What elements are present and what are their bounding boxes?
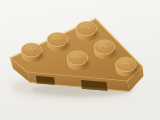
stud-logo-shadow: LEGO bbox=[121, 63, 131, 68]
stud-logo-shadow: LEGO bbox=[82, 27, 92, 32]
stud-logo-shadow: LEGO bbox=[53, 38, 63, 43]
lego-piece-figure: Photo of a single LEGO wedge plate 3 x 3… bbox=[0, 0, 160, 120]
stud-logo-shadow: LEGO bbox=[27, 48, 37, 53]
photo-canvas: Photo of a single LEGO wedge plate 3 x 3… bbox=[0, 0, 160, 120]
stud-logo-shadow: LEGO bbox=[73, 56, 83, 61]
stud-logo-shadow: LEGO bbox=[100, 45, 110, 50]
